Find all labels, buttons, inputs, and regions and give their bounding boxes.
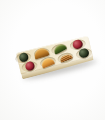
tan-wedge-piece [59,53,73,63]
photo-background [0,0,105,120]
mancala-board [16,36,93,75]
dark-berry-piece [78,48,89,59]
orange-wedge-piece [40,56,55,68]
red-berry-piece [24,61,35,72]
